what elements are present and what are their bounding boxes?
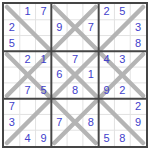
cell-r7c1[interactable]: 7: [4, 99, 20, 115]
cell-r3c6[interactable]: [83, 36, 99, 52]
cell-r4c4[interactable]: [51, 51, 67, 67]
sudoku-board: 17252973582174361758927237894958: [2, 2, 148, 148]
cell-r6c3[interactable]: 5: [36, 83, 52, 99]
given-digit: 7: [88, 22, 94, 33]
cell-r6c5[interactable]: 8: [67, 83, 83, 99]
cell-r1c7[interactable]: 2: [99, 4, 115, 20]
cell-r7c4[interactable]: [51, 99, 67, 115]
cell-r6c6[interactable]: [83, 83, 99, 99]
cell-r5c4[interactable]: 6: [51, 67, 67, 83]
cell-r1c5[interactable]: [67, 4, 83, 20]
cell-r8c2[interactable]: [20, 114, 36, 130]
given-digit: 7: [40, 6, 46, 17]
cell-r3c9[interactable]: 8: [130, 36, 146, 52]
cell-r9c8[interactable]: 8: [114, 130, 130, 146]
given-digit: 2: [119, 85, 125, 96]
given-digit: 2: [25, 54, 31, 65]
cell-r8c8[interactable]: [114, 114, 130, 130]
cell-r3c4[interactable]: [51, 36, 67, 52]
cell-r3c3[interactable]: [36, 36, 52, 52]
given-digit: 3: [119, 54, 125, 65]
cell-r8c6[interactable]: 8: [83, 114, 99, 130]
cell-r7c6[interactable]: [83, 99, 99, 115]
cell-r2c7[interactable]: [99, 20, 115, 36]
cell-r2c8[interactable]: [114, 20, 130, 36]
cell-r1c1[interactable]: [4, 4, 20, 20]
cell-r5c2[interactable]: [20, 67, 36, 83]
cell-r9c7[interactable]: 5: [99, 130, 115, 146]
cell-r5c1[interactable]: [4, 67, 20, 83]
cell-r9c1[interactable]: [4, 130, 20, 146]
cell-r1c4[interactable]: [51, 4, 67, 20]
given-digit: 9: [56, 22, 62, 33]
given-digit: 2: [103, 6, 109, 17]
cell-r4c9[interactable]: [130, 51, 146, 67]
cell-r8c1[interactable]: 3: [4, 114, 20, 130]
cell-r8c9[interactable]: 9: [130, 114, 146, 130]
cell-r1c3[interactable]: 7: [36, 4, 52, 20]
cell-r9c2[interactable]: 4: [20, 130, 36, 146]
cell-r6c2[interactable]: 7: [20, 83, 36, 99]
given-digit: 5: [119, 6, 125, 17]
cell-r2c6[interactable]: 7: [83, 20, 99, 36]
given-digit: 6: [56, 69, 62, 80]
sudoku-page: 17252973582174361758927237894958: [0, 0, 150, 150]
cell-grid: 17252973582174361758927237894958: [4, 4, 146, 146]
cell-r1c9[interactable]: [130, 4, 146, 20]
given-digit: 2: [135, 101, 141, 112]
cell-r5c7[interactable]: [99, 67, 115, 83]
given-digit: 7: [9, 101, 15, 112]
given-digit: 4: [103, 54, 109, 65]
cell-r2c3[interactable]: [36, 20, 52, 36]
cell-r1c8[interactable]: 5: [114, 4, 130, 20]
cell-r4c5[interactable]: 7: [67, 51, 83, 67]
given-digit: 1: [25, 6, 31, 17]
cell-r2c5[interactable]: [67, 20, 83, 36]
cell-r4c7[interactable]: 4: [99, 51, 115, 67]
cell-r4c2[interactable]: 2: [20, 51, 36, 67]
cell-r3c8[interactable]: [114, 36, 130, 52]
cell-r5c6[interactable]: 1: [83, 67, 99, 83]
cell-r5c9[interactable]: [130, 67, 146, 83]
given-digit: 4: [25, 133, 31, 144]
given-digit: 8: [72, 85, 78, 96]
cell-r7c5[interactable]: [67, 99, 83, 115]
cell-r6c1[interactable]: [4, 83, 20, 99]
given-digit: 8: [135, 38, 141, 49]
given-digit: 2: [9, 22, 15, 33]
given-digit: 9: [103, 85, 109, 96]
given-digit: 5: [103, 133, 109, 144]
given-digit: 1: [88, 69, 94, 80]
cell-r3c5[interactable]: [67, 36, 83, 52]
cell-r3c2[interactable]: [20, 36, 36, 52]
given-digit: 7: [25, 85, 31, 96]
cell-r2c2[interactable]: [20, 20, 36, 36]
cell-r8c7[interactable]: [99, 114, 115, 130]
cell-r1c6[interactable]: [83, 4, 99, 20]
given-digit: 1: [40, 54, 46, 65]
cell-r7c2[interactable]: [20, 99, 36, 115]
cell-r5c5[interactable]: [67, 67, 83, 83]
cell-r2c4[interactable]: 9: [51, 20, 67, 36]
cell-r6c4[interactable]: [51, 83, 67, 99]
cell-r2c1[interactable]: 2: [4, 20, 20, 36]
cell-r2c9[interactable]: 3: [130, 20, 146, 36]
given-digit: 8: [88, 117, 94, 128]
cell-r7c3[interactable]: [36, 99, 52, 115]
cell-r9c9[interactable]: [130, 130, 146, 146]
cell-r7c7[interactable]: [99, 99, 115, 115]
given-digit: 7: [72, 54, 78, 65]
cell-r6c8[interactable]: 2: [114, 83, 130, 99]
given-digit: 8: [119, 133, 125, 144]
cell-r6c9[interactable]: [130, 83, 146, 99]
cell-r4c6[interactable]: [83, 51, 99, 67]
cell-r9c6[interactable]: [83, 130, 99, 146]
cell-r1c2[interactable]: 1: [20, 4, 36, 20]
cell-r7c9[interactable]: 2: [130, 99, 146, 115]
cell-r5c8[interactable]: [114, 67, 130, 83]
given-digit: 9: [40, 133, 46, 144]
cell-r4c3[interactable]: 1: [36, 51, 52, 67]
cell-r3c1[interactable]: 5: [4, 36, 20, 52]
cell-r3c7[interactable]: [99, 36, 115, 52]
given-digit: 7: [56, 117, 62, 128]
cell-r4c1[interactable]: [4, 51, 20, 67]
given-digit: 5: [40, 85, 46, 96]
cell-r9c3[interactable]: 9: [36, 130, 52, 146]
cell-r4c8[interactable]: 3: [114, 51, 130, 67]
cell-r8c5[interactable]: [67, 114, 83, 130]
cell-r6c7[interactable]: 9: [99, 83, 115, 99]
cell-r8c3[interactable]: [36, 114, 52, 130]
given-digit: 3: [135, 22, 141, 33]
given-digit: 9: [135, 117, 141, 128]
cell-r8c4[interactable]: 7: [51, 114, 67, 130]
cell-r7c8[interactable]: [114, 99, 130, 115]
given-digit: 3: [9, 117, 15, 128]
given-digit: 5: [9, 38, 15, 49]
cell-r9c4[interactable]: [51, 130, 67, 146]
cell-r9c5[interactable]: [67, 130, 83, 146]
cell-r5c3[interactable]: [36, 67, 52, 83]
